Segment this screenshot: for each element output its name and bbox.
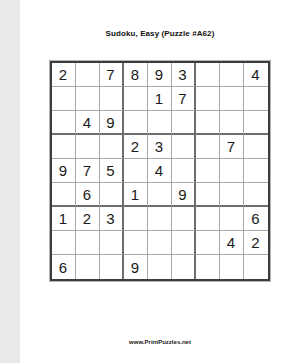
cell-r9c4: 9: [124, 255, 148, 279]
cell-r3c7: [196, 111, 220, 135]
cell-r3c1: [52, 111, 76, 135]
cell-r5c3: 5: [100, 159, 124, 183]
cell-r8c1: [52, 231, 76, 255]
cell-r2c6: 7: [172, 87, 196, 111]
cell-r1c6: 3: [172, 63, 196, 87]
cell-r7c2: 2: [76, 207, 100, 231]
cell-r7c5: [148, 207, 172, 231]
cell-r5c8: [220, 159, 244, 183]
cell-r6c7: [196, 183, 220, 207]
cell-r3c2: 4: [76, 111, 100, 135]
cell-r3c5: [148, 111, 172, 135]
cell-r1c5: 9: [148, 63, 172, 87]
cell-r5c9: [244, 159, 268, 183]
cell-r2c1: [52, 87, 76, 111]
cell-r4c1: [52, 135, 76, 159]
cell-r4c2: [76, 135, 100, 159]
cell-r9c8: [220, 255, 244, 279]
cell-r2c2: [76, 87, 100, 111]
cell-r3c6: [172, 111, 196, 135]
cell-r1c7: [196, 63, 220, 87]
cell-r4c5: 3: [148, 135, 172, 159]
cell-r6c4: 1: [124, 183, 148, 207]
cell-r4c7: [196, 135, 220, 159]
cell-r1c8: [220, 63, 244, 87]
cell-r8c6: [172, 231, 196, 255]
cell-r5c1: 9: [52, 159, 76, 183]
cell-r3c9: [244, 111, 268, 135]
cell-r7c9: 6: [244, 207, 268, 231]
cell-r5c5: 4: [148, 159, 172, 183]
cell-r7c7: [196, 207, 220, 231]
cell-r8c9: 2: [244, 231, 268, 255]
cell-r9c3: [100, 255, 124, 279]
cell-r8c2: [76, 231, 100, 255]
cell-r7c6: [172, 207, 196, 231]
cell-r4c8: 7: [220, 135, 244, 159]
cell-r1c1: 2: [52, 63, 76, 87]
cell-r2c8: [220, 87, 244, 111]
cell-r6c8: [220, 183, 244, 207]
cell-r8c7: [196, 231, 220, 255]
cell-r2c4: [124, 87, 148, 111]
cell-r8c4: [124, 231, 148, 255]
cell-r7c8: [220, 207, 244, 231]
cell-r5c7: [196, 159, 220, 183]
puzzle-page: Sudoku, Easy (Puzzle #A62) 2789341749237…: [20, 0, 301, 363]
cell-r1c2: [76, 63, 100, 87]
footer-url: www.PrintPuzzles.net: [20, 339, 301, 345]
cell-r4c6: [172, 135, 196, 159]
cell-r9c5: [148, 255, 172, 279]
cell-r8c8: 4: [220, 231, 244, 255]
cell-r1c3: 7: [100, 63, 124, 87]
cell-r6c9: [244, 183, 268, 207]
cell-r4c4: 2: [124, 135, 148, 159]
puzzle-title: Sudoku, Easy (Puzzle #A62): [20, 29, 301, 38]
cell-r7c1: 1: [52, 207, 76, 231]
cell-r1c4: 8: [124, 63, 148, 87]
cell-r9c6: [172, 255, 196, 279]
cell-r5c4: [124, 159, 148, 183]
cell-r6c2: 6: [76, 183, 100, 207]
cell-r6c6: 9: [172, 183, 196, 207]
cell-r1c9: 4: [244, 63, 268, 87]
cell-r9c1: 6: [52, 255, 76, 279]
cell-r6c1: [52, 183, 76, 207]
cell-r5c2: 7: [76, 159, 100, 183]
cell-r2c7: [196, 87, 220, 111]
cell-r5c6: [172, 159, 196, 183]
cell-r9c2: [76, 255, 100, 279]
cell-r9c9: [244, 255, 268, 279]
cell-r7c3: 3: [100, 207, 124, 231]
cell-r8c3: [100, 231, 124, 255]
cell-r2c9: [244, 87, 268, 111]
cell-r2c3: [100, 87, 124, 111]
cell-r4c3: [100, 135, 124, 159]
sudoku-board: 2789341749237975461912364269: [50, 61, 270, 281]
cell-r6c3: [100, 183, 124, 207]
cell-r3c4: [124, 111, 148, 135]
cell-r8c5: [148, 231, 172, 255]
cell-r6c5: [148, 183, 172, 207]
cell-r4c9: [244, 135, 268, 159]
cell-r7c4: [124, 207, 148, 231]
cell-r3c3: 9: [100, 111, 124, 135]
cell-r3c8: [220, 111, 244, 135]
cell-r2c5: 1: [148, 87, 172, 111]
cell-r9c7: [196, 255, 220, 279]
